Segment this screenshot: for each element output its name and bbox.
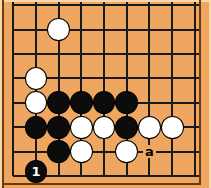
point-label-a[interactable]: a <box>143 145 156 158</box>
board-point[interactable] <box>2 115 25 139</box>
board-point[interactable] <box>184 42 207 66</box>
board-point[interactable] <box>93 66 116 90</box>
board-point[interactable] <box>115 17 138 41</box>
board-point[interactable] <box>47 115 70 139</box>
frame-highlight-top <box>0 0 211 2</box>
board-point[interactable] <box>115 140 138 164</box>
board-point[interactable] <box>47 140 70 164</box>
white-stone <box>25 67 48 90</box>
move-1-stone: 1 <box>25 160 48 183</box>
frame-edge-bottom <box>2 183 201 185</box>
black-stone <box>115 91 138 114</box>
board-point[interactable] <box>184 140 207 164</box>
board-point[interactable] <box>93 0 116 17</box>
board-point[interactable] <box>25 0 48 17</box>
board-point[interactable] <box>161 17 184 41</box>
black-stone <box>47 140 70 163</box>
board-point[interactable] <box>2 91 25 115</box>
white-stone <box>93 116 116 139</box>
white-stone <box>70 116 93 139</box>
board-point[interactable] <box>138 17 161 41</box>
board-point[interactable] <box>70 140 93 164</box>
board-point[interactable] <box>47 91 70 115</box>
board-point[interactable] <box>25 115 48 139</box>
board-point[interactable] <box>70 42 93 66</box>
board-point[interactable] <box>115 115 138 139</box>
board-point[interactable] <box>2 0 25 17</box>
board-point[interactable] <box>161 91 184 115</box>
black-stone <box>25 116 48 139</box>
board-point[interactable] <box>70 0 93 17</box>
white-stone <box>47 18 70 41</box>
board-point[interactable] <box>161 115 184 139</box>
board-point[interactable] <box>70 91 93 115</box>
black-stone <box>70 91 93 114</box>
white-stone <box>138 116 161 139</box>
go-board-diagram: a1 <box>0 0 211 188</box>
board-point[interactable] <box>138 42 161 66</box>
board-point[interactable] <box>138 91 161 115</box>
board-point[interactable] <box>70 66 93 90</box>
board-point[interactable] <box>115 66 138 90</box>
board-point[interactable] <box>161 42 184 66</box>
board-point[interactable] <box>2 17 25 41</box>
white-stone <box>25 91 48 114</box>
board-point[interactable] <box>161 0 184 17</box>
board-point[interactable]: a <box>138 140 161 164</box>
white-stone <box>70 140 93 163</box>
board-point[interactable] <box>161 140 184 164</box>
board-point[interactable] <box>25 42 48 66</box>
board-point[interactable] <box>93 17 116 41</box>
board-point[interactable] <box>70 17 93 41</box>
go-board-grid[interactable]: a1 <box>2 0 206 188</box>
board-point[interactable] <box>93 42 116 66</box>
board-point[interactable] <box>2 140 25 164</box>
board-point[interactable] <box>93 140 116 164</box>
board-point[interactable] <box>47 66 70 90</box>
board-point[interactable] <box>2 42 25 66</box>
board-point[interactable] <box>138 115 161 139</box>
board-point[interactable] <box>47 42 70 66</box>
board-point[interactable] <box>25 17 48 41</box>
board-point[interactable] <box>184 115 207 139</box>
board-point[interactable] <box>47 17 70 41</box>
frame-edge-right <box>199 0 201 185</box>
board-point[interactable] <box>161 66 184 90</box>
board-point[interactable] <box>2 66 25 90</box>
board-point[interactable] <box>138 0 161 17</box>
board-point[interactable] <box>184 91 207 115</box>
board-point[interactable] <box>47 0 70 17</box>
board-point[interactable] <box>184 66 207 90</box>
board-point[interactable] <box>184 0 207 17</box>
black-stone <box>115 116 138 139</box>
board-point[interactable] <box>93 115 116 139</box>
frame-edge-left <box>2 0 4 188</box>
black-stone <box>93 91 116 114</box>
black-stone <box>47 91 70 114</box>
frame-highlight-right <box>209 0 211 188</box>
board-point[interactable] <box>115 42 138 66</box>
white-stone <box>115 140 138 163</box>
white-stone <box>161 116 184 139</box>
board-point[interactable] <box>70 115 93 139</box>
board-point[interactable] <box>115 0 138 17</box>
board-point[interactable] <box>25 91 48 115</box>
black-stone <box>47 116 70 139</box>
board-point[interactable] <box>93 91 116 115</box>
board-point[interactable] <box>138 66 161 90</box>
board-point[interactable] <box>184 17 207 41</box>
board-point[interactable] <box>115 91 138 115</box>
board-point[interactable] <box>25 66 48 90</box>
